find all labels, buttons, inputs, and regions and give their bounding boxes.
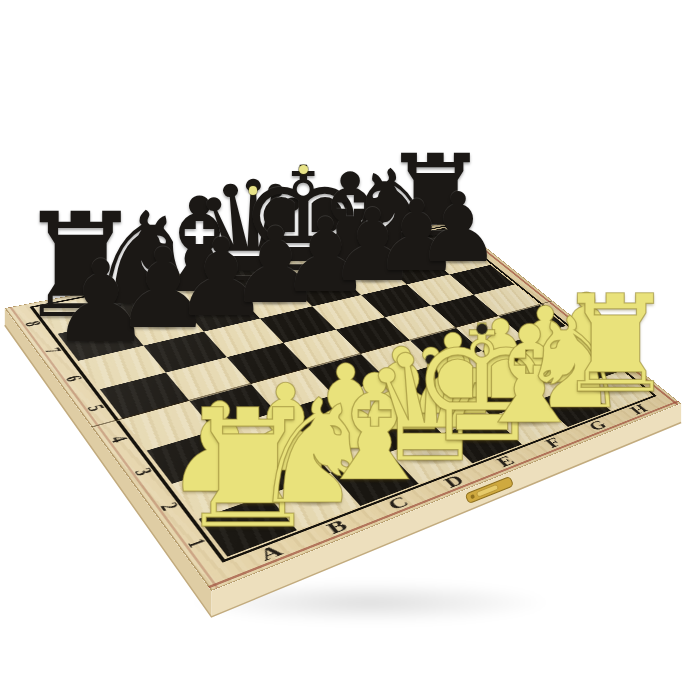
chess-set-product-photo: 87654321 ABCDEFGH ♜♞♝♛♚♝♞♜♟♟♟♟♟♟♟♟♟♟♟♟♟♟…	[0, 0, 700, 700]
